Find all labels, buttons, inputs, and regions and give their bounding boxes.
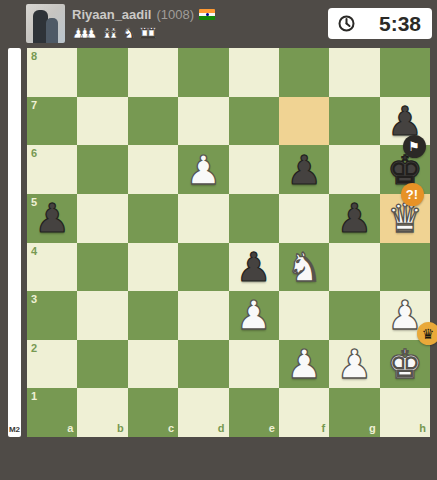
square-d2[interactable] bbox=[178, 340, 228, 389]
bottom-player-bar: satriotomo (1003) ♟♟♟♝♝♞♞♜♜♛+12 0:44 bbox=[0, 437, 437, 480]
white-pawn[interactable]: ♟ bbox=[329, 340, 379, 389]
rank-label-1: 1 bbox=[31, 391, 37, 402]
square-a7[interactable]: 7 bbox=[27, 97, 77, 146]
square-h1[interactable]: h bbox=[380, 388, 430, 437]
square-h2[interactable]: ♚ bbox=[380, 340, 430, 389]
square-c8[interactable] bbox=[128, 48, 178, 97]
top-player-bar: Riyaan_aadil (1008) ♟♟♟♝♝♞♜♜ 5:38 bbox=[0, 0, 437, 48]
captured-rook-group: ♜♜ bbox=[138, 25, 151, 41]
square-c2[interactable] bbox=[128, 340, 178, 389]
square-d4[interactable] bbox=[178, 243, 228, 292]
square-a3[interactable]: 3 bbox=[27, 291, 77, 340]
top-player-name-row: Riyaan_aadil (1008) bbox=[72, 7, 215, 22]
black-pawn[interactable]: ♟ bbox=[229, 243, 279, 292]
file-label-a: a bbox=[67, 423, 73, 434]
rank-label-2: 2 bbox=[31, 343, 37, 354]
square-d7[interactable] bbox=[178, 97, 228, 146]
white-pawn[interactable]: ♟ bbox=[279, 340, 329, 389]
square-b7[interactable] bbox=[77, 97, 127, 146]
square-b3[interactable] bbox=[77, 291, 127, 340]
square-g1[interactable]: g bbox=[329, 388, 379, 437]
square-c3[interactable] bbox=[128, 291, 178, 340]
square-f5[interactable] bbox=[279, 194, 329, 243]
file-label-b: b bbox=[117, 423, 124, 434]
white-king[interactable]: ♚ bbox=[380, 340, 430, 389]
captured-knight-group: ♞ bbox=[123, 25, 130, 41]
white-pawn[interactable]: ♟ bbox=[229, 291, 279, 340]
square-a1[interactable]: 1a bbox=[27, 388, 77, 437]
clock-icon bbox=[338, 15, 355, 32]
evaluation-bar[interactable]: M2 bbox=[8, 48, 21, 437]
square-g3[interactable] bbox=[329, 291, 379, 340]
square-f8[interactable] bbox=[279, 48, 329, 97]
square-b2[interactable] bbox=[77, 340, 127, 389]
square-b6[interactable] bbox=[77, 145, 127, 194]
top-player-clock: 5:38 bbox=[328, 8, 432, 39]
chess-app-page: Riyaan_aadil (1008) ♟♟♟♝♝♞♜♜ 5:38 M2 87♟… bbox=[0, 0, 437, 480]
square-a4[interactable]: 4 bbox=[27, 243, 77, 292]
avatar-photo-figure-2 bbox=[46, 18, 58, 43]
dubious-badge-icon: ?! bbox=[401, 183, 424, 206]
square-d8[interactable] bbox=[178, 48, 228, 97]
black-pawn[interactable]: ♟ bbox=[279, 145, 329, 194]
square-a5[interactable]: 5♟ bbox=[27, 194, 77, 243]
india-flag-icon bbox=[199, 9, 215, 20]
square-b5[interactable] bbox=[77, 194, 127, 243]
top-player-captured-pieces: ♟♟♟♝♝♞♜♜ bbox=[72, 24, 215, 41]
square-e5[interactable] bbox=[229, 194, 279, 243]
black-pawn[interactable]: ♟ bbox=[27, 194, 77, 243]
square-g4[interactable] bbox=[329, 243, 379, 292]
captured-pawn-group: ♟♟♟ bbox=[72, 25, 92, 41]
square-g7[interactable] bbox=[329, 97, 379, 146]
square-h8[interactable] bbox=[380, 48, 430, 97]
top-player-username[interactable]: Riyaan_aadil bbox=[72, 7, 152, 22]
square-e4[interactable]: ♟ bbox=[229, 243, 279, 292]
square-e2[interactable] bbox=[229, 340, 279, 389]
white-knight[interactable]: ♞ bbox=[279, 243, 329, 292]
square-h4[interactable] bbox=[380, 243, 430, 292]
square-f1[interactable]: f bbox=[279, 388, 329, 437]
square-g6[interactable] bbox=[329, 145, 379, 194]
square-a6[interactable]: 6 bbox=[27, 145, 77, 194]
square-e3[interactable]: ♟ bbox=[229, 291, 279, 340]
square-b8[interactable] bbox=[77, 48, 127, 97]
square-b4[interactable] bbox=[77, 243, 127, 292]
rank-label-8: 8 bbox=[31, 51, 37, 62]
square-f6[interactable]: ♟ bbox=[279, 145, 329, 194]
square-c1[interactable]: c bbox=[128, 388, 178, 437]
evaluation-label: M2 bbox=[8, 425, 21, 434]
file-label-g: g bbox=[369, 423, 376, 434]
square-f7[interactable] bbox=[279, 97, 329, 146]
top-player-time: 5:38 bbox=[355, 12, 432, 36]
square-e8[interactable] bbox=[229, 48, 279, 97]
chess-board[interactable]: 87♟6♟♟♚5♟♟♛4♟♞3♟♟2♟♟♚1abcdefgh⚑?!♛ bbox=[27, 48, 430, 437]
top-player-info: Riyaan_aadil (1008) ♟♟♟♝♝♞♜♜ bbox=[72, 7, 215, 41]
rank-label-7: 7 bbox=[31, 100, 37, 111]
square-g5[interactable]: ♟ bbox=[329, 194, 379, 243]
winner-badge-icon: ♛ bbox=[417, 322, 437, 345]
file-label-h: h bbox=[419, 423, 426, 434]
file-label-c: c bbox=[168, 423, 174, 434]
file-label-d: d bbox=[218, 423, 225, 434]
square-e1[interactable]: e bbox=[229, 388, 279, 437]
square-g2[interactable]: ♟ bbox=[329, 340, 379, 389]
file-label-f: f bbox=[322, 423, 326, 434]
square-a8[interactable]: 8 bbox=[27, 48, 77, 97]
square-d1[interactable]: d bbox=[178, 388, 228, 437]
square-c7[interactable] bbox=[128, 97, 178, 146]
rank-label-6: 6 bbox=[31, 148, 37, 159]
square-c5[interactable] bbox=[128, 194, 178, 243]
rank-label-3: 3 bbox=[31, 294, 37, 305]
square-e6[interactable] bbox=[229, 145, 279, 194]
square-f2[interactable]: ♟ bbox=[279, 340, 329, 389]
rank-label-4: 4 bbox=[31, 246, 37, 257]
square-g8[interactable] bbox=[329, 48, 379, 97]
top-player-rating: (1008) bbox=[157, 7, 195, 22]
square-d5[interactable] bbox=[178, 194, 228, 243]
black-pawn[interactable]: ♟ bbox=[329, 194, 379, 243]
file-label-e: e bbox=[269, 423, 275, 434]
top-player-avatar[interactable] bbox=[26, 4, 65, 43]
square-f3[interactable] bbox=[279, 291, 329, 340]
flag-badge-icon: ⚑ bbox=[403, 135, 426, 158]
square-f4[interactable]: ♞ bbox=[279, 243, 329, 292]
square-b1[interactable]: b bbox=[77, 388, 127, 437]
square-a2[interactable]: 2 bbox=[27, 340, 77, 389]
square-d3[interactable] bbox=[178, 291, 228, 340]
square-c6[interactable] bbox=[128, 145, 178, 194]
square-c4[interactable] bbox=[128, 243, 178, 292]
square-e7[interactable] bbox=[229, 97, 279, 146]
captured-bishop-group: ♝♝ bbox=[101, 25, 114, 41]
white-pawn[interactable]: ♟ bbox=[178, 145, 228, 194]
square-d6[interactable]: ♟ bbox=[178, 145, 228, 194]
